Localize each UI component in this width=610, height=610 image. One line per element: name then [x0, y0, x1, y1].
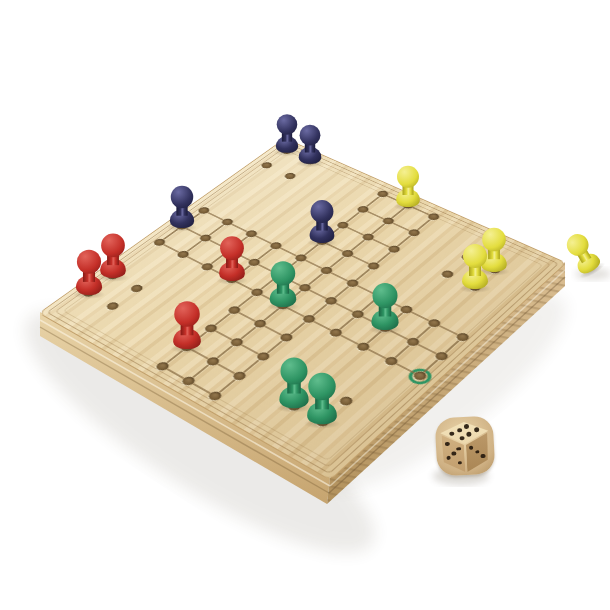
- scene: [0, 0, 610, 610]
